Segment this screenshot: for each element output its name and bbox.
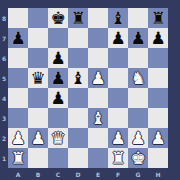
white-pawn[interactable]: ♟ [88,68,108,88]
rank-label-2: 2 [0,128,8,148]
file-label-f: F [108,168,128,180]
white-rook[interactable]: ♜ [8,148,28,168]
square-e4[interactable] [88,88,108,108]
square-c6[interactable]: ♟ [48,48,68,68]
square-a4[interactable] [8,88,28,108]
white-knight[interactable]: ♞ [128,68,148,88]
square-f5[interactable] [108,68,128,88]
file-label-e: E [88,168,108,180]
black-pawn[interactable]: ♟ [128,28,148,48]
square-e3[interactable]: ♝ [88,108,108,128]
square-e6[interactable] [88,48,108,68]
square-h3[interactable] [148,108,168,128]
white-pawn[interactable]: ♟ [108,128,128,148]
file-label-a: A [8,168,28,180]
square-g1[interactable]: ♚ [128,148,148,168]
rank-label-1: 1 [0,148,8,168]
square-g6[interactable] [128,48,148,68]
file-labels: ABCDEFGH [8,168,168,180]
black-rook[interactable]: ♜ [148,8,168,28]
square-e1[interactable] [88,148,108,168]
square-e7[interactable] [88,28,108,48]
square-b7[interactable] [28,28,48,48]
rank-label-6: 6 [0,48,8,68]
square-a1[interactable]: ♜ [8,148,28,168]
rank-label-3: 3 [0,108,8,128]
square-b1[interactable] [28,148,48,168]
square-g7[interactable]: ♟ [128,28,148,48]
black-pawn[interactable]: ♟ [48,68,68,88]
file-label-c: C [48,168,68,180]
black-pawn[interactable]: ♟ [48,88,68,108]
rank-labels: 87654321 [0,8,8,168]
rank-label-8: 8 [0,8,8,28]
square-g5[interactable]: ♞ [128,68,148,88]
square-h4[interactable] [148,88,168,108]
square-h6[interactable] [148,48,168,68]
black-pawn[interactable]: ♟ [108,28,128,48]
square-e2[interactable] [88,128,108,148]
square-f3[interactable] [108,108,128,128]
square-a2[interactable]: ♟ [8,128,28,148]
square-b2[interactable]: ♟ [28,128,48,148]
square-c5[interactable]: ♟ [48,68,68,88]
square-c8[interactable]: ♚ [48,8,68,28]
square-f4[interactable] [108,88,128,108]
black-queen[interactable]: ♛ [28,68,48,88]
square-a8[interactable] [8,8,28,28]
square-g3[interactable] [128,108,148,128]
file-label-b: B [28,168,48,180]
square-h2[interactable]: ♟ [148,128,168,148]
square-b6[interactable] [28,48,48,68]
chess-board[interactable]: ♚♜♝♜♟♟♟♟♟♛♟♝♟♞♟♝♟♟♛♟♟♟♜♜♚ [8,8,168,168]
square-c4[interactable]: ♟ [48,88,68,108]
square-d6[interactable] [68,48,88,68]
black-rook[interactable]: ♜ [68,8,88,28]
white-pawn[interactable]: ♟ [28,128,48,148]
rank-label-4: 4 [0,88,8,108]
file-label-d: D [68,168,88,180]
black-bishop[interactable]: ♝ [108,8,128,28]
square-f7[interactable]: ♟ [108,28,128,48]
square-f8[interactable]: ♝ [108,8,128,28]
square-a6[interactable] [8,48,28,68]
black-bishop[interactable]: ♝ [68,68,88,88]
square-b8[interactable] [28,8,48,28]
square-g8[interactable] [128,8,148,28]
square-f1[interactable]: ♜ [108,148,128,168]
square-d5[interactable]: ♝ [68,68,88,88]
white-pawn[interactable]: ♟ [148,128,168,148]
square-f2[interactable]: ♟ [108,128,128,148]
square-h8[interactable]: ♜ [148,8,168,28]
rank-label-7: 7 [0,28,8,48]
square-c2[interactable]: ♛ [48,128,68,148]
file-label-h: H [148,168,168,180]
square-f6[interactable] [108,48,128,68]
square-b4[interactable] [28,88,48,108]
square-h5[interactable] [148,68,168,88]
square-d1[interactable] [68,148,88,168]
white-pawn[interactable]: ♟ [8,128,28,148]
square-g4[interactable] [128,88,148,108]
white-queen[interactable]: ♛ [48,128,68,148]
square-d3[interactable] [68,108,88,128]
chess-board-frame: 87654321 ♚♜♝♜♟♟♟♟♟♛♟♝♟♞♟♝♟♟♛♟♟♟♜♜♚ ABCDE… [0,0,180,180]
square-b5[interactable]: ♛ [28,68,48,88]
black-pawn[interactable]: ♟ [148,28,168,48]
file-label-g: G [128,168,148,180]
white-bishop[interactable]: ♝ [88,108,108,128]
square-h1[interactable] [148,148,168,168]
square-b3[interactable] [28,108,48,128]
black-king[interactable]: ♚ [48,8,68,28]
square-a3[interactable] [8,108,28,128]
square-d2[interactable] [68,128,88,148]
square-c1[interactable] [48,148,68,168]
square-d7[interactable] [68,28,88,48]
white-pawn[interactable]: ♟ [128,128,148,148]
square-d4[interactable] [68,88,88,108]
black-pawn[interactable]: ♟ [8,28,28,48]
square-a5[interactable] [8,68,28,88]
square-e8[interactable] [88,8,108,28]
square-c3[interactable] [48,108,68,128]
rank-label-5: 5 [0,68,8,88]
square-g2[interactable]: ♟ [128,128,148,148]
white-rook[interactable]: ♜ [108,148,128,168]
white-king[interactable]: ♚ [128,148,148,168]
square-d8[interactable]: ♜ [68,8,88,28]
square-h7[interactable]: ♟ [148,28,168,48]
square-a7[interactable]: ♟ [8,28,28,48]
square-e5[interactable]: ♟ [88,68,108,88]
black-pawn[interactable]: ♟ [48,48,68,68]
square-c7[interactable] [48,28,68,48]
